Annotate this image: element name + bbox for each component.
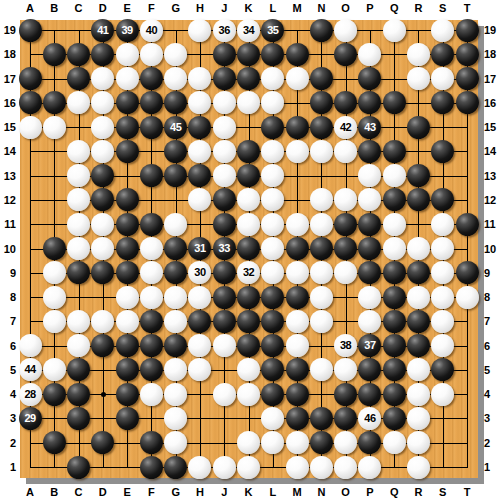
black-stone-O16 <box>334 91 357 114</box>
white-stone-S10 <box>431 237 454 260</box>
black-stone-R6 <box>407 334 430 357</box>
move-number-label: 34 <box>243 25 254 36</box>
white-stone-C10 <box>67 237 90 260</box>
move-number-label: 43 <box>364 122 375 133</box>
black-stone-G14 <box>164 140 187 163</box>
white-stone-O1 <box>334 456 357 479</box>
white-stone-C14 <box>67 140 90 163</box>
white-stone-F9 <box>140 261 163 284</box>
white-stone-D17 <box>91 67 114 90</box>
white-stone-O5 <box>334 358 357 381</box>
black-stone-R13 <box>407 164 430 187</box>
white-stone-G2 <box>164 431 187 454</box>
black-stone-N17 <box>310 67 333 90</box>
row-label: 13 <box>2 170 16 182</box>
black-stone-A17 <box>19 67 42 90</box>
row-label: 5 <box>2 364 16 376</box>
move-number-label: 39 <box>121 25 132 36</box>
white-stone-A6 <box>19 334 42 357</box>
white-stone-P13 <box>358 164 381 187</box>
row-label: 12 <box>484 194 500 206</box>
black-stone-J11 <box>213 213 236 236</box>
column-label: B <box>42 486 66 498</box>
black-stone-M4 <box>286 383 309 406</box>
column-label: E <box>115 486 139 498</box>
black-stone-L18 <box>261 43 284 66</box>
row-label: 18 <box>484 48 500 60</box>
white-stone-K5 <box>237 358 260 381</box>
white-stone-O19 <box>334 19 357 42</box>
row-label: 5 <box>484 364 500 376</box>
go-board[interactable]: 41394036343545424331333032383744282946 <box>20 20 478 478</box>
white-stone-N5 <box>310 358 333 381</box>
black-stone-S5 <box>431 358 454 381</box>
white-stone-S17 <box>431 67 454 90</box>
black-stone-S12 <box>431 188 454 211</box>
black-stone-P4 <box>358 383 381 406</box>
white-stone-K16 <box>237 91 260 114</box>
white-stone-F18 <box>140 43 163 66</box>
black-stone-P17 <box>358 67 381 90</box>
black-stone-G9 <box>164 261 187 284</box>
go-app-window: 41394036343545424331333032383744282946 A… <box>0 0 500 500</box>
black-stone-E5 <box>116 358 139 381</box>
move-number-label: 33 <box>219 243 230 254</box>
black-stone-O11 <box>334 213 357 236</box>
column-label: G <box>164 2 188 14</box>
move-number-label: 45 <box>170 122 181 133</box>
white-stone-B7 <box>43 310 66 333</box>
white-stone-K9: 32 <box>237 261 260 284</box>
black-stone-C9 <box>67 261 90 284</box>
white-stone-P18 <box>358 43 381 66</box>
black-stone-M15 <box>286 116 309 139</box>
black-stone-M5 <box>286 358 309 381</box>
black-stone-Q6 <box>383 334 406 357</box>
white-stone-L12 <box>261 188 284 211</box>
move-number-label: 37 <box>364 340 375 351</box>
black-stone-J9 <box>213 261 236 284</box>
white-stone-L14 <box>261 140 284 163</box>
move-number-label: 35 <box>267 25 278 36</box>
black-stone-N15 <box>310 116 333 139</box>
move-number-label: 29 <box>24 413 35 424</box>
white-stone-Q11 <box>383 213 406 236</box>
black-stone-B16 <box>43 91 66 114</box>
black-stone-L4 <box>261 383 284 406</box>
black-stone-G1 <box>164 456 187 479</box>
row-label: 18 <box>2 48 16 60</box>
white-stone-O12 <box>334 188 357 211</box>
white-stone-R2 <box>407 431 430 454</box>
black-stone-T18 <box>456 43 479 66</box>
black-stone-N16 <box>310 91 333 114</box>
white-stone-L2 <box>261 431 284 454</box>
row-label: 14 <box>2 145 16 157</box>
row-label: 9 <box>484 267 500 279</box>
white-stone-F10 <box>140 237 163 260</box>
black-stone-J12 <box>213 188 236 211</box>
white-stone-P8 <box>358 286 381 309</box>
black-stone-Q3 <box>383 407 406 430</box>
black-stone-R12 <box>407 188 430 211</box>
black-stone-Q12 <box>383 188 406 211</box>
row-label: 10 <box>484 243 500 255</box>
black-stone-O18 <box>334 43 357 66</box>
black-stone-E9 <box>116 261 139 284</box>
white-stone-G5 <box>164 358 187 381</box>
white-stone-R3 <box>407 407 430 430</box>
black-stone-A16 <box>19 91 42 114</box>
black-stone-K6 <box>237 334 260 357</box>
black-stone-K18 <box>237 43 260 66</box>
black-stone-J7 <box>213 310 236 333</box>
column-label: P <box>358 2 382 14</box>
black-stone-E4 <box>116 383 139 406</box>
white-stone-H9: 30 <box>188 261 211 284</box>
black-stone-D6 <box>91 334 114 357</box>
row-label: 19 <box>484 24 500 36</box>
black-stone-Q7 <box>383 310 406 333</box>
black-stone-F7 <box>140 310 163 333</box>
black-stone-D13 <box>91 164 114 187</box>
move-number-label: 30 <box>194 267 205 278</box>
white-stone-N9 <box>310 261 333 284</box>
column-label: A <box>18 486 42 498</box>
row-label: 1 <box>2 461 16 473</box>
white-stone-H14 <box>188 140 211 163</box>
column-label: R <box>406 2 430 14</box>
white-stone-L16 <box>261 91 284 114</box>
move-number-label: 28 <box>24 389 35 400</box>
row-label: 8 <box>2 291 16 303</box>
white-stone-D11 <box>91 213 114 236</box>
move-number-label: 32 <box>243 267 254 278</box>
white-stone-P7 <box>358 310 381 333</box>
black-stone-J8 <box>213 286 236 309</box>
black-stone-T17 <box>456 67 479 90</box>
column-label: M <box>285 486 309 498</box>
row-label: 7 <box>2 315 16 327</box>
black-stone-C18 <box>67 43 90 66</box>
white-stone-G3 <box>164 407 187 430</box>
move-number-label: 31 <box>194 243 205 254</box>
white-stone-M2 <box>286 431 309 454</box>
white-stone-J16 <box>213 91 236 114</box>
black-stone-Q8 <box>383 286 406 309</box>
white-stone-G7 <box>164 310 187 333</box>
black-stone-L7 <box>261 310 284 333</box>
black-stone-H15 <box>188 116 211 139</box>
black-stone-C17 <box>67 67 90 90</box>
white-stone-N7 <box>310 310 333 333</box>
column-label: K <box>237 486 261 498</box>
white-stone-R10 <box>407 237 430 260</box>
move-number-label: 41 <box>97 25 108 36</box>
white-stone-A15 <box>19 116 42 139</box>
black-stone-B18 <box>43 43 66 66</box>
column-label: D <box>91 2 115 14</box>
black-stone-E10 <box>116 237 139 260</box>
white-stone-S7 <box>431 310 454 333</box>
white-stone-K19: 34 <box>237 19 260 42</box>
column-label: D <box>91 486 115 498</box>
white-stone-M7 <box>286 310 309 333</box>
black-stone-Q4 <box>383 383 406 406</box>
white-stone-H1 <box>188 456 211 479</box>
column-label: T <box>455 486 479 498</box>
white-stone-Q2 <box>383 431 406 454</box>
column-label: N <box>309 2 333 14</box>
white-stone-C7 <box>67 310 90 333</box>
column-label: K <box>237 2 261 14</box>
black-stone-T11 <box>456 213 479 236</box>
white-stone-D14 <box>91 140 114 163</box>
white-stone-L11 <box>261 213 284 236</box>
white-stone-J14 <box>213 140 236 163</box>
white-stone-K1 <box>237 456 260 479</box>
move-number-label: 44 <box>24 364 35 375</box>
white-stone-K12 <box>237 188 260 211</box>
white-stone-F8 <box>140 286 163 309</box>
white-stone-M6 <box>286 334 309 357</box>
black-stone-G15: 45 <box>164 116 187 139</box>
black-stone-C3 <box>67 407 90 430</box>
white-stone-S4 <box>431 383 454 406</box>
black-stone-K8 <box>237 286 260 309</box>
black-stone-F13 <box>140 164 163 187</box>
white-stone-G11 <box>164 213 187 236</box>
row-label: 2 <box>484 437 500 449</box>
black-stone-Q9 <box>383 261 406 284</box>
white-stone-D10 <box>91 237 114 260</box>
black-stone-R9 <box>407 261 430 284</box>
black-stone-M10 <box>286 237 309 260</box>
black-stone-E3 <box>116 407 139 430</box>
black-stone-O4 <box>334 383 357 406</box>
black-stone-A3: 29 <box>19 407 42 430</box>
white-stone-F4 <box>140 383 163 406</box>
white-stone-M14 <box>286 140 309 163</box>
black-stone-L19: 35 <box>261 19 284 42</box>
row-label: 4 <box>484 388 500 400</box>
white-stone-Q10 <box>383 237 406 260</box>
row-label: 13 <box>484 170 500 182</box>
white-stone-J6 <box>213 334 236 357</box>
black-stone-E16 <box>116 91 139 114</box>
white-stone-M1 <box>286 456 309 479</box>
white-stone-J15 <box>213 116 236 139</box>
white-stone-O14 <box>334 140 357 163</box>
column-label: T <box>455 2 479 14</box>
white-stone-C16 <box>67 91 90 114</box>
move-number-label: 36 <box>219 25 230 36</box>
white-stone-L10 <box>261 237 284 260</box>
black-stone-F6 <box>140 334 163 357</box>
row-label: 17 <box>484 73 500 85</box>
star-point <box>101 392 106 397</box>
black-stone-H13 <box>188 164 211 187</box>
black-stone-H7 <box>188 310 211 333</box>
black-stone-J18 <box>213 43 236 66</box>
white-stone-K2 <box>237 431 260 454</box>
white-stone-N14 <box>310 140 333 163</box>
row-label: 3 <box>2 412 16 424</box>
white-stone-M9 <box>286 261 309 284</box>
white-stone-T8 <box>456 286 479 309</box>
white-stone-H6 <box>188 334 211 357</box>
white-stone-H8 <box>188 286 211 309</box>
white-stone-S19 <box>431 19 454 42</box>
black-stone-M18 <box>286 43 309 66</box>
black-stone-F17 <box>140 67 163 90</box>
white-stone-M11 <box>286 213 309 236</box>
column-label: O <box>334 486 358 498</box>
white-stone-G8 <box>164 286 187 309</box>
black-stone-L8 <box>261 286 284 309</box>
white-stone-F19: 40 <box>140 19 163 42</box>
white-stone-C13 <box>67 164 90 187</box>
white-stone-E18 <box>116 43 139 66</box>
column-label: F <box>139 2 163 14</box>
white-stone-Q13 <box>383 164 406 187</box>
white-stone-J4 <box>213 383 236 406</box>
black-stone-T9 <box>456 261 479 284</box>
black-stone-L6 <box>261 334 284 357</box>
row-label: 8 <box>484 291 500 303</box>
row-label: 12 <box>2 194 16 206</box>
column-label: R <box>406 486 430 498</box>
black-stone-P16 <box>358 91 381 114</box>
black-stone-C4 <box>67 383 90 406</box>
black-stone-O10 <box>334 237 357 260</box>
black-stone-C5 <box>67 358 90 381</box>
white-stone-N8 <box>310 286 333 309</box>
column-label: A <box>18 2 42 14</box>
white-stone-P3: 46 <box>358 407 381 430</box>
white-stone-O15: 42 <box>334 116 357 139</box>
move-number-label: 46 <box>364 413 375 424</box>
white-stone-P1 <box>358 456 381 479</box>
column-label: M <box>285 2 309 14</box>
row-label: 11 <box>2 218 16 230</box>
row-label: 6 <box>484 340 500 352</box>
black-stone-D18 <box>91 43 114 66</box>
black-stone-K10 <box>237 237 260 260</box>
black-stone-B2 <box>43 431 66 454</box>
black-stone-E19: 39 <box>116 19 139 42</box>
white-stone-B8 <box>43 286 66 309</box>
white-stone-S8 <box>431 286 454 309</box>
white-stone-N1 <box>310 456 333 479</box>
white-stone-N12 <box>310 188 333 211</box>
white-stone-J1 <box>213 456 236 479</box>
white-stone-S9 <box>431 261 454 284</box>
white-stone-K11 <box>237 213 260 236</box>
row-label: 14 <box>484 145 500 157</box>
white-stone-R1 <box>407 456 430 479</box>
column-label: J <box>212 486 236 498</box>
black-stone-R7 <box>407 310 430 333</box>
white-stone-G4 <box>164 383 187 406</box>
black-stone-N2 <box>310 431 333 454</box>
white-stone-L17 <box>261 67 284 90</box>
row-label: 10 <box>2 243 16 255</box>
column-label: N <box>309 486 333 498</box>
column-label: C <box>67 486 91 498</box>
black-stone-Q16 <box>383 91 406 114</box>
white-stone-H16 <box>188 91 211 114</box>
black-stone-H10: 31 <box>188 237 211 260</box>
white-stone-D16 <box>91 91 114 114</box>
black-stone-N19 <box>310 19 333 42</box>
row-label: 15 <box>484 121 500 133</box>
column-label: F <box>139 486 163 498</box>
column-label: S <box>431 486 455 498</box>
row-label: 11 <box>484 218 500 230</box>
column-label: B <box>42 2 66 14</box>
white-stone-L3 <box>261 407 284 430</box>
black-stone-K13 <box>237 164 260 187</box>
black-stone-K14 <box>237 140 260 163</box>
white-stone-E17 <box>116 67 139 90</box>
column-label: Q <box>382 2 406 14</box>
black-stone-E11 <box>116 213 139 236</box>
row-label: 17 <box>2 73 16 85</box>
column-label: C <box>67 2 91 14</box>
column-label: H <box>188 2 212 14</box>
row-label: 2 <box>2 437 16 449</box>
row-label: 1 <box>484 461 500 473</box>
row-label: 9 <box>2 267 16 279</box>
black-stone-F11 <box>140 213 163 236</box>
white-stone-M17 <box>286 67 309 90</box>
white-stone-N11 <box>310 213 333 236</box>
white-stone-G18 <box>164 43 187 66</box>
white-stone-K4 <box>237 383 260 406</box>
black-stone-K17 <box>237 67 260 90</box>
black-stone-L15 <box>261 116 284 139</box>
white-stone-R17 <box>407 67 430 90</box>
black-stone-M8 <box>286 286 309 309</box>
black-stone-P11 <box>358 213 381 236</box>
black-stone-A19 <box>19 19 42 42</box>
column-label: L <box>261 486 285 498</box>
black-stone-D19: 41 <box>91 19 114 42</box>
black-stone-S14 <box>431 140 454 163</box>
black-stone-S16 <box>431 91 454 114</box>
white-stone-A4: 28 <box>19 383 42 406</box>
white-stone-H19 <box>188 19 211 42</box>
black-stone-L5 <box>261 358 284 381</box>
black-stone-N3 <box>310 407 333 430</box>
black-stone-T16 <box>456 91 479 114</box>
white-stone-B9 <box>43 261 66 284</box>
row-label: 15 <box>2 121 16 133</box>
column-label: J <box>212 2 236 14</box>
black-stone-E15 <box>116 116 139 139</box>
black-stone-P10 <box>358 237 381 260</box>
move-number-label: 40 <box>146 25 157 36</box>
black-stone-P14 <box>358 140 381 163</box>
column-label: Q <box>382 486 406 498</box>
white-stone-J13 <box>213 164 236 187</box>
black-stone-O3 <box>334 407 357 430</box>
black-stone-C1 <box>67 456 90 479</box>
column-label: H <box>188 486 212 498</box>
black-stone-G13 <box>164 164 187 187</box>
black-stone-D12 <box>91 188 114 211</box>
